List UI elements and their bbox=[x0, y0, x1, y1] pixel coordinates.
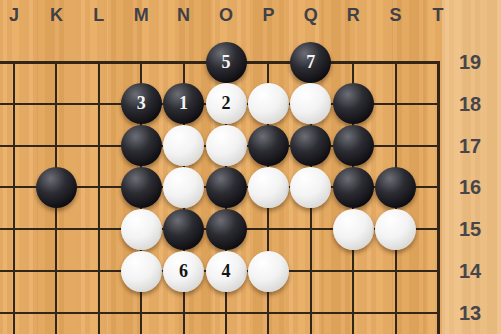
stone-black-R16[interactable] bbox=[333, 167, 374, 208]
column-label-S: S bbox=[381, 2, 411, 28]
stone-white-O18[interactable]: 2 bbox=[206, 83, 247, 124]
stone-black-P17[interactable] bbox=[248, 125, 289, 166]
stone-black-Q17[interactable] bbox=[290, 125, 331, 166]
stone-black-S16[interactable] bbox=[375, 167, 416, 208]
stone-white-S15[interactable] bbox=[375, 209, 416, 250]
go-board[interactable]: JKLMNOPQRST191817161514135731264 bbox=[0, 0, 501, 334]
column-label-T: T bbox=[423, 2, 453, 28]
stone-white-P18[interactable] bbox=[248, 83, 289, 124]
stone-black-Q19[interactable]: 7 bbox=[290, 42, 331, 83]
stone-black-M18[interactable]: 3 bbox=[121, 83, 162, 124]
column-label-N: N bbox=[169, 2, 199, 28]
row-label-19: 19 bbox=[444, 49, 496, 75]
grid-line-col-J bbox=[13, 61, 15, 334]
row-label-14: 14 bbox=[444, 258, 496, 284]
stone-white-Q18[interactable] bbox=[290, 83, 331, 124]
row-label-17: 17 bbox=[444, 133, 496, 159]
grid-line-col-L bbox=[98, 61, 100, 334]
stone-black-R18[interactable] bbox=[333, 83, 374, 124]
stone-white-R15[interactable] bbox=[333, 209, 374, 250]
column-label-P: P bbox=[253, 2, 283, 28]
column-label-J: J bbox=[0, 2, 29, 28]
stone-white-M14[interactable] bbox=[121, 251, 162, 292]
stone-black-N18[interactable]: 1 bbox=[163, 83, 204, 124]
stone-black-K16[interactable] bbox=[36, 167, 77, 208]
stone-white-P14[interactable] bbox=[248, 251, 289, 292]
row-label-15: 15 bbox=[444, 216, 496, 242]
column-label-M: M bbox=[126, 2, 156, 28]
stone-white-N17[interactable] bbox=[163, 125, 204, 166]
grid-line-row-13 bbox=[0, 312, 440, 314]
stone-black-O19[interactable]: 5 bbox=[206, 42, 247, 83]
stone-white-O14[interactable]: 4 bbox=[206, 251, 247, 292]
stone-black-O16[interactable] bbox=[206, 167, 247, 208]
stone-black-M16[interactable] bbox=[121, 167, 162, 208]
row-label-18: 18 bbox=[444, 91, 496, 117]
stone-white-P16[interactable] bbox=[248, 167, 289, 208]
column-label-K: K bbox=[41, 2, 71, 28]
stone-white-N14[interactable]: 6 bbox=[163, 251, 204, 292]
stone-black-N15[interactable] bbox=[163, 209, 204, 250]
stone-white-O17[interactable] bbox=[206, 125, 247, 166]
column-label-O: O bbox=[211, 2, 241, 28]
column-label-R: R bbox=[338, 2, 368, 28]
stone-white-N16[interactable] bbox=[163, 167, 204, 208]
column-label-Q: Q bbox=[296, 2, 326, 28]
column-label-L: L bbox=[84, 2, 114, 28]
grid-line-col-T bbox=[437, 61, 440, 334]
stone-black-R17[interactable] bbox=[333, 125, 374, 166]
stone-black-M17[interactable] bbox=[121, 125, 162, 166]
stone-white-Q16[interactable] bbox=[290, 167, 331, 208]
stone-black-O15[interactable] bbox=[206, 209, 247, 250]
row-label-16: 16 bbox=[444, 174, 496, 200]
row-label-13: 13 bbox=[444, 300, 496, 326]
stone-white-M15[interactable] bbox=[121, 209, 162, 250]
